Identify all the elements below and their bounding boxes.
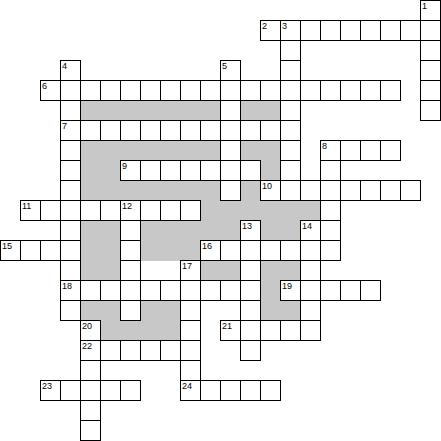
cell-r4c4[interactable] <box>80 80 101 101</box>
blocked-cell-r11c10 <box>200 220 221 241</box>
cell-r8c9[interactable] <box>180 160 201 181</box>
cell-r3c3[interactable]: 4 <box>60 60 81 81</box>
cell-r7c18[interactable] <box>360 140 381 161</box>
cell-r10c3[interactable] <box>60 200 81 221</box>
blocked-cell-r15c13 <box>260 300 281 321</box>
cell-r8c6[interactable]: 9 <box>120 160 141 181</box>
blocked-cell-r7c8 <box>160 140 181 161</box>
cell-r4c14[interactable] <box>280 80 301 101</box>
cell-r6c6[interactable] <box>120 120 141 141</box>
blocked-cell-r7c7 <box>140 140 161 161</box>
cell-r18c9[interactable] <box>180 360 201 381</box>
cell-r6c3[interactable]: 7 <box>60 120 81 141</box>
blocked-cell-r7c12 <box>240 140 261 161</box>
cell-r17c5[interactable] <box>100 340 121 361</box>
blocked-cell-r12c9 <box>180 240 201 261</box>
blocked-cell-r10c13 <box>260 200 281 221</box>
blocked-cell-r5c13 <box>260 100 281 121</box>
cell-r14c8[interactable] <box>160 280 181 301</box>
blocked-cell-r11c4 <box>80 220 101 241</box>
cell-r4c18[interactable] <box>360 80 381 101</box>
blocked-cell-r11c11 <box>220 220 241 241</box>
cell-r6c7[interactable] <box>140 120 161 141</box>
blocked-cell-r12c5 <box>100 240 121 261</box>
cell-r4c7[interactable] <box>140 80 161 101</box>
cell-r4c15[interactable] <box>300 80 321 101</box>
cell-r4c21[interactable] <box>420 80 441 101</box>
cell-r14c15[interactable] <box>300 280 321 301</box>
cell-r6c11[interactable] <box>220 120 241 141</box>
cell-r10c9[interactable] <box>180 200 201 221</box>
blocked-cell-r11c8 <box>160 220 181 241</box>
cell-r21c4[interactable] <box>80 420 101 441</box>
clue-number-17: 17 <box>182 261 192 271</box>
clue-number-3: 3 <box>282 21 287 31</box>
cell-r19c6[interactable] <box>120 380 141 401</box>
cell-r18c4[interactable] <box>80 360 101 381</box>
cell-r8c8[interactable] <box>160 160 181 181</box>
cell-r13c15[interactable] <box>300 260 321 281</box>
cell-r5c21[interactable] <box>420 100 441 121</box>
cell-r10c16[interactable] <box>320 200 341 221</box>
cell-r1c18[interactable] <box>360 20 381 41</box>
clue-number-19: 19 <box>282 281 292 291</box>
cell-r9c19[interactable] <box>380 180 401 201</box>
cell-r19c3[interactable] <box>60 380 81 401</box>
clue-number-8: 8 <box>322 141 327 151</box>
cell-r11c16[interactable] <box>320 220 341 241</box>
cell-r19c10[interactable] <box>200 380 221 401</box>
cell-r20c4[interactable] <box>80 400 101 421</box>
blocked-cell-r5c5 <box>100 100 121 121</box>
blocked-cell-r7c6 <box>120 140 141 161</box>
cell-r19c11[interactable] <box>220 380 241 401</box>
cell-r3c14[interactable] <box>280 60 301 81</box>
cell-r14c7[interactable] <box>140 280 161 301</box>
blocked-cell-r5c6 <box>120 100 141 121</box>
cell-r10c2[interactable] <box>40 200 61 221</box>
blocked-cell-r15c5 <box>100 300 121 321</box>
cell-r10c8[interactable] <box>160 200 181 221</box>
cell-r4c5[interactable] <box>100 80 121 101</box>
blocked-cell-r8c5 <box>100 160 121 181</box>
cell-r13c6[interactable] <box>120 260 141 281</box>
cell-r16c11[interactable]: 21 <box>220 320 241 341</box>
cell-r19c2[interactable]: 23 <box>40 380 61 401</box>
cell-r4c8[interactable] <box>160 80 181 101</box>
clue-number-16: 16 <box>202 241 212 251</box>
cell-r4c13[interactable] <box>260 80 281 101</box>
cell-r8c11[interactable] <box>220 160 241 181</box>
cell-r5c3[interactable] <box>60 100 81 121</box>
cell-r12c15[interactable] <box>300 240 321 261</box>
blocked-cell-r5c8 <box>160 100 181 121</box>
cell-r16c4[interactable]: 20 <box>80 320 101 341</box>
blocked-cell-r12c4 <box>80 240 101 261</box>
cell-r17c8[interactable] <box>160 340 181 361</box>
cell-r0c21[interactable]: 1 <box>420 0 441 21</box>
cell-r7c16[interactable]: 8 <box>320 140 341 161</box>
cell-r1c13[interactable]: 2 <box>260 20 281 41</box>
cell-r5c11[interactable] <box>220 100 241 121</box>
blocked-cell-r16c6 <box>120 320 141 341</box>
blocked-cell-r15c7 <box>140 300 161 321</box>
cell-r7c3[interactable] <box>60 140 81 161</box>
blocked-cell-r13c5 <box>100 260 121 281</box>
blocked-cell-r7c9 <box>180 140 201 161</box>
blocked-cell-r16c7 <box>140 320 161 341</box>
cell-r19c5[interactable] <box>100 380 121 401</box>
clue-number-2: 2 <box>262 21 267 31</box>
cell-r9c18[interactable] <box>360 180 381 201</box>
cell-r15c15[interactable] <box>300 300 321 321</box>
cell-r10c1[interactable]: 11 <box>20 200 41 221</box>
cell-r10c6[interactable]: 12 <box>120 200 141 221</box>
clue-number-14: 14 <box>302 221 312 231</box>
cell-r6c10[interactable] <box>200 120 221 141</box>
cell-r17c9[interactable] <box>180 340 201 361</box>
blocked-cell-r9c9 <box>180 180 201 201</box>
cell-r10c4[interactable] <box>80 200 101 221</box>
blocked-cell-r12c7 <box>140 240 161 261</box>
clue-number-23: 23 <box>42 381 52 391</box>
cell-r4c12[interactable] <box>240 80 261 101</box>
cell-r14c16[interactable] <box>320 280 341 301</box>
cell-r15c12[interactable] <box>240 300 261 321</box>
cell-r4c3[interactable] <box>60 80 81 101</box>
cell-r4c19[interactable] <box>380 80 401 101</box>
cell-r11c6[interactable] <box>120 220 141 241</box>
cell-r14c5[interactable] <box>100 280 121 301</box>
cell-r11c15[interactable]: 14 <box>300 220 321 241</box>
clue-number-9: 9 <box>122 161 127 171</box>
blocked-cell-r10c11 <box>220 200 241 221</box>
blocked-cell-r5c10 <box>200 100 221 121</box>
cell-r8c14[interactable] <box>280 160 301 181</box>
cell-r6c5[interactable] <box>100 120 121 141</box>
cell-r19c12[interactable] <box>240 380 261 401</box>
cell-r7c17[interactable] <box>340 140 361 161</box>
cell-r14c11[interactable] <box>220 280 241 301</box>
cell-r9c20[interactable] <box>400 180 421 201</box>
cell-r13c12[interactable] <box>240 260 261 281</box>
cell-r16c9[interactable] <box>180 320 201 341</box>
cell-r6c14[interactable] <box>280 120 301 141</box>
cell-r1c19[interactable] <box>380 20 401 41</box>
crossword-grid: 123456789101112131415161718192021222324 <box>0 0 441 441</box>
cell-r4c16[interactable] <box>320 80 341 101</box>
cell-r6c8[interactable] <box>160 120 181 141</box>
blocked-cell-r9c5 <box>100 180 121 201</box>
blocked-cell-r14c13 <box>260 280 281 301</box>
blocked-cell-r15c14 <box>280 300 301 321</box>
clue-number-18: 18 <box>62 281 72 291</box>
blocked-cell-r5c9 <box>180 100 201 121</box>
cell-r14c12[interactable] <box>240 280 261 301</box>
clue-number-10: 10 <box>262 181 272 191</box>
blocked-cell-r12c8 <box>160 240 181 261</box>
cell-r12c3[interactable] <box>60 240 81 261</box>
cell-r13c9[interactable]: 17 <box>180 260 201 281</box>
blocked-cell-r5c4 <box>80 100 101 121</box>
blocked-cell-r10c14 <box>280 200 301 221</box>
cell-r1c14[interactable]: 3 <box>280 20 301 41</box>
blocked-cell-r13c4 <box>80 260 101 281</box>
clue-number-24: 24 <box>182 381 192 391</box>
cell-r12c12[interactable] <box>240 240 261 261</box>
blocked-cell-r9c8 <box>160 180 181 201</box>
cell-r7c19[interactable] <box>380 140 401 161</box>
cell-r19c13[interactable] <box>260 380 281 401</box>
blocked-cell-r9c12 <box>240 180 261 201</box>
cell-r4c11[interactable] <box>220 80 241 101</box>
cell-r8c12[interactable] <box>240 160 261 181</box>
blocked-cell-r7c10 <box>200 140 221 161</box>
blocked-cell-r11c7 <box>140 220 161 241</box>
cell-r5c14[interactable] <box>280 100 301 121</box>
blocked-cell-r7c5 <box>100 140 121 161</box>
cell-r12c10[interactable]: 16 <box>200 240 221 261</box>
cell-r8c3[interactable] <box>60 160 81 181</box>
cell-r16c12[interactable] <box>240 320 261 341</box>
cell-r4c10[interactable] <box>200 80 221 101</box>
cell-r17c6[interactable] <box>120 340 141 361</box>
cell-r12c1[interactable] <box>20 240 41 261</box>
cell-r11c3[interactable] <box>60 220 81 241</box>
cell-r14c10[interactable] <box>200 280 221 301</box>
cell-r6c13[interactable] <box>260 120 281 141</box>
clue-number-11: 11 <box>22 201 31 211</box>
cell-r12c13[interactable] <box>260 240 281 261</box>
cell-r12c14[interactable] <box>280 240 301 261</box>
cell-r7c14[interactable] <box>280 140 301 161</box>
cell-r16c13[interactable] <box>260 320 281 341</box>
blocked-cell-r11c9 <box>180 220 201 241</box>
cell-r1c15[interactable] <box>300 20 321 41</box>
cell-r8c7[interactable] <box>140 160 161 181</box>
clue-number-4: 4 <box>62 61 67 71</box>
cell-r3c11[interactable]: 5 <box>220 60 241 81</box>
cell-r9c13[interactable]: 10 <box>260 180 281 201</box>
blocked-cell-r10c15 <box>300 200 321 221</box>
cell-r9c14[interactable] <box>280 180 301 201</box>
blocked-cell-r13c13 <box>260 260 281 281</box>
cell-r9c17[interactable] <box>340 180 361 201</box>
clue-number-1: 1 <box>422 1 427 11</box>
cell-r15c9[interactable] <box>180 300 201 321</box>
blocked-cell-r16c8 <box>160 320 181 341</box>
cell-r14c6[interactable] <box>120 280 141 301</box>
cell-r6c12[interactable] <box>240 120 261 141</box>
blocked-cell-r9c10 <box>200 180 221 201</box>
cell-r8c10[interactable] <box>200 160 221 181</box>
cell-r19c9[interactable]: 24 <box>180 380 201 401</box>
blocked-cell-r5c12 <box>240 100 261 121</box>
cell-r9c11[interactable] <box>220 180 241 201</box>
cell-r11c12[interactable]: 13 <box>240 220 261 241</box>
cell-r2c21[interactable] <box>420 40 441 61</box>
cell-r16c15[interactable] <box>300 320 321 341</box>
blocked-cell-r5c7 <box>140 100 161 121</box>
cell-r10c7[interactable] <box>140 200 161 221</box>
clue-number-21: 21 <box>222 321 232 331</box>
clue-number-12: 12 <box>122 201 132 211</box>
cell-r12c11[interactable] <box>220 240 241 261</box>
cell-r17c12[interactable] <box>240 340 261 361</box>
cell-r9c16[interactable] <box>320 180 341 201</box>
clue-number-22: 22 <box>82 341 92 351</box>
cell-r16c14[interactable] <box>280 320 301 341</box>
blocked-cell-r11c5 <box>100 220 121 241</box>
cell-r15c6[interactable] <box>120 300 141 321</box>
cell-r15c3[interactable] <box>60 300 81 321</box>
cell-r3c21[interactable] <box>420 60 441 81</box>
cell-r2c14[interactable] <box>280 40 301 61</box>
blocked-cell-r13c10 <box>200 260 221 281</box>
cell-r12c0[interactable]: 15 <box>0 240 21 261</box>
blocked-cell-r10c10 <box>200 200 221 221</box>
cell-r12c16[interactable] <box>320 240 341 261</box>
cell-r17c7[interactable] <box>140 340 161 361</box>
blocked-cell-r8c13 <box>260 160 281 181</box>
cell-r9c15[interactable] <box>300 180 321 201</box>
cell-r12c6[interactable] <box>120 240 141 261</box>
cell-r4c6[interactable] <box>120 80 141 101</box>
blocked-cell-r13c14 <box>280 260 301 281</box>
blocked-cell-r11c13 <box>260 220 281 241</box>
cell-r14c14[interactable]: 19 <box>280 280 301 301</box>
cell-r10c5[interactable] <box>100 200 121 221</box>
clue-number-5: 5 <box>222 61 227 71</box>
cell-r14c9[interactable] <box>180 280 201 301</box>
clue-number-20: 20 <box>82 321 92 331</box>
blocked-cell-r9c7 <box>140 180 161 201</box>
cell-r4c2[interactable]: 6 <box>40 80 61 101</box>
blocked-cell-r8c4 <box>80 160 101 181</box>
cell-r12c2[interactable] <box>40 240 61 261</box>
cell-r6c9[interactable] <box>180 120 201 141</box>
blocked-cell-r15c4 <box>80 300 101 321</box>
cell-r1c16[interactable] <box>320 20 341 41</box>
cell-r13c3[interactable] <box>60 260 81 281</box>
cell-r14c4[interactable] <box>80 280 101 301</box>
blocked-cell-r7c13 <box>260 140 281 161</box>
clue-number-13: 13 <box>242 221 252 231</box>
cell-r6c4[interactable] <box>80 120 101 141</box>
cell-r1c17[interactable] <box>340 20 361 41</box>
blocked-cell-r16c5 <box>100 320 121 341</box>
cell-r8c16[interactable] <box>320 160 341 181</box>
blocked-cell-r7c4 <box>80 140 101 161</box>
cell-r19c4[interactable] <box>80 380 101 401</box>
cell-r1c20[interactable] <box>400 20 421 41</box>
blocked-cell-r15c8 <box>160 300 181 321</box>
cell-r4c17[interactable] <box>340 80 361 101</box>
cell-r1c21[interactable] <box>420 20 441 41</box>
cell-r4c9[interactable] <box>180 80 201 101</box>
blocked-cell-r11c14 <box>280 220 301 241</box>
cell-r14c3[interactable]: 18 <box>60 280 81 301</box>
clue-number-15: 15 <box>2 241 12 251</box>
cell-r9c3[interactable] <box>60 180 81 201</box>
cell-r17c4[interactable]: 22 <box>80 340 101 361</box>
cell-r14c17[interactable] <box>340 280 361 301</box>
clue-number-6: 6 <box>42 81 47 91</box>
blocked-cell-r10c12 <box>240 200 261 221</box>
cell-r7c11[interactable] <box>220 140 241 161</box>
blocked-cell-r9c6 <box>120 180 141 201</box>
blocked-cell-r9c4 <box>80 180 101 201</box>
cell-r14c18[interactable] <box>360 280 381 301</box>
blocked-cell-r13c11 <box>220 260 241 281</box>
clue-number-7: 7 <box>62 121 67 131</box>
